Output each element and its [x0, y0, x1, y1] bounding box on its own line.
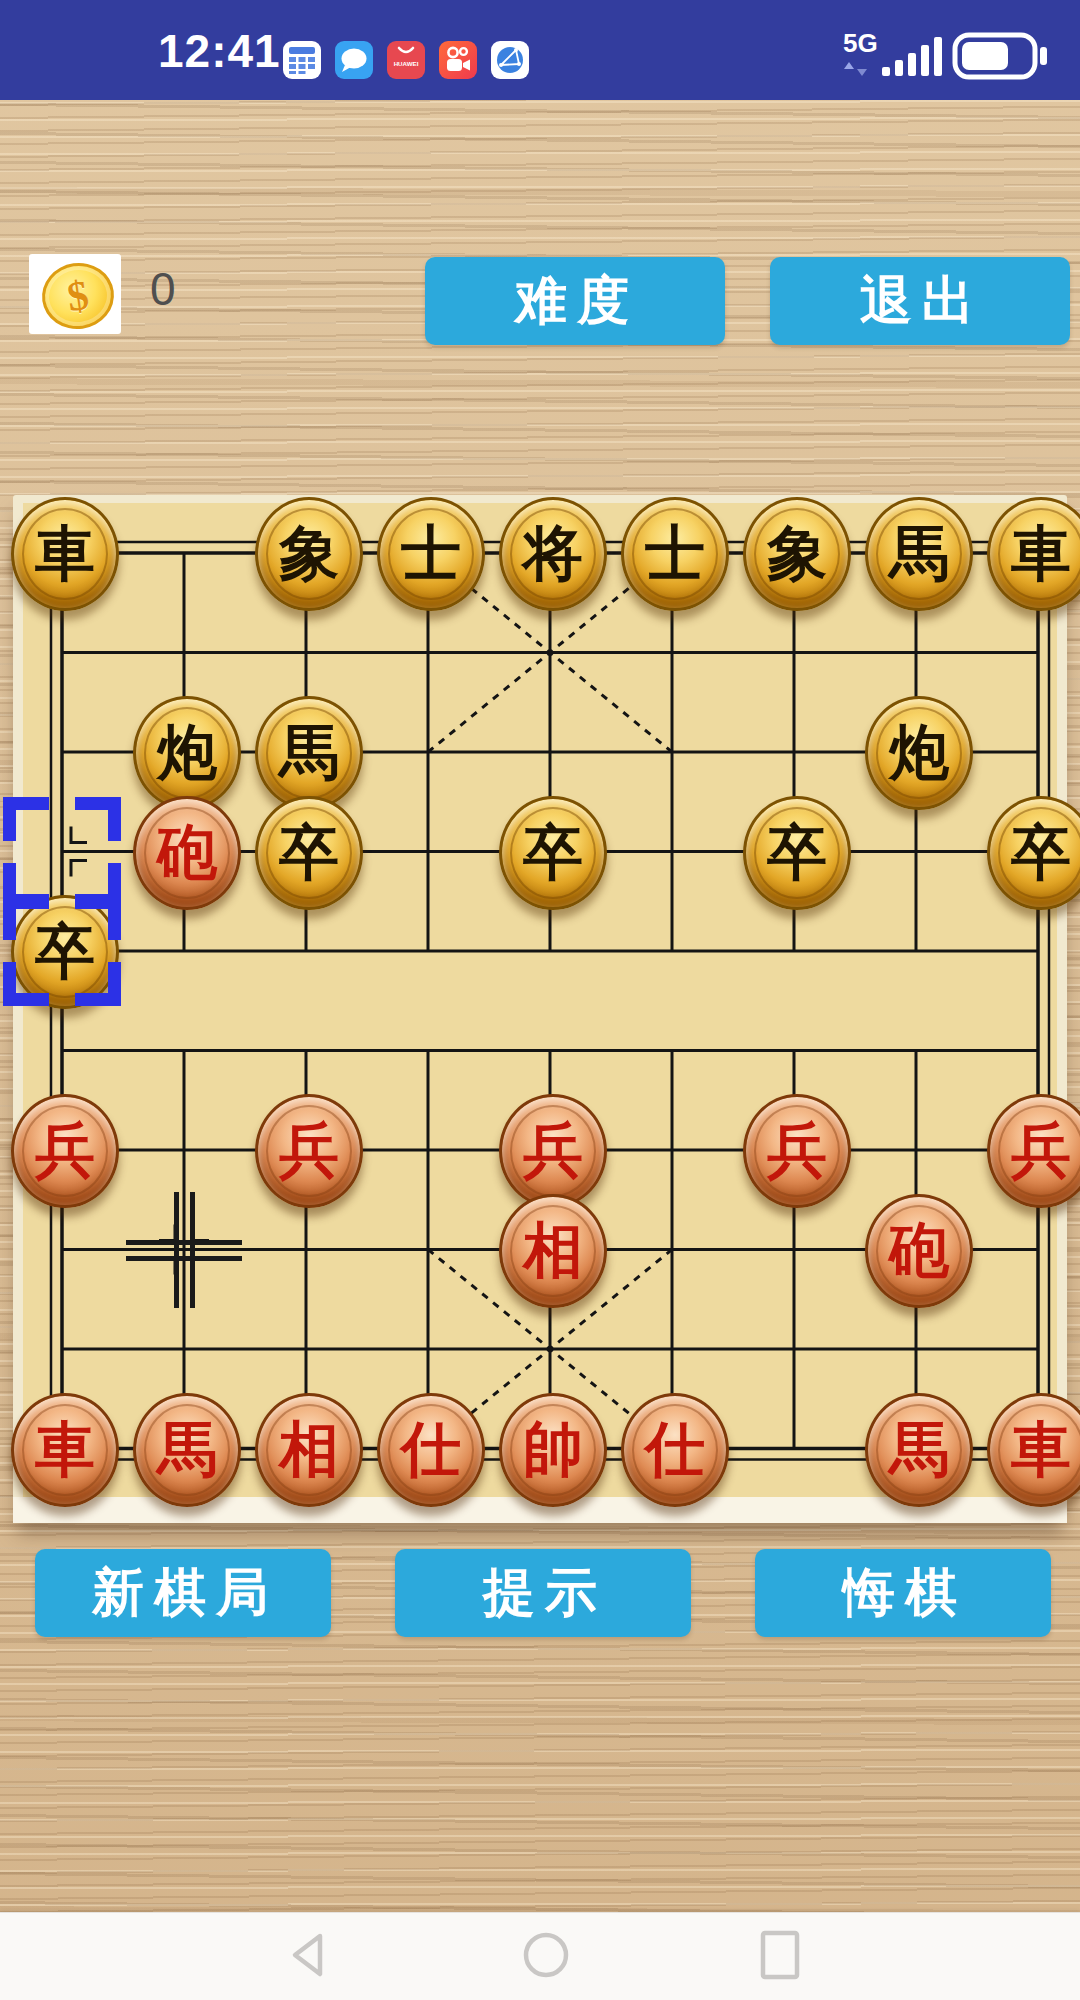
- exit-button[interactable]: 退出: [770, 257, 1070, 345]
- clock: 12:41: [158, 24, 281, 78]
- piece-red-相[interactable]: 相: [499, 1194, 607, 1308]
- difficulty-button[interactable]: 难度: [425, 257, 725, 345]
- calendar-icon: [282, 40, 322, 80]
- piece-red-砲[interactable]: 砲: [133, 796, 241, 910]
- piece-red-車[interactable]: 車: [11, 1393, 119, 1507]
- piece-red-馬[interactable]: 馬: [133, 1393, 241, 1507]
- piece-red-相[interactable]: 相: [255, 1393, 363, 1507]
- piece-black-馬[interactable]: 馬: [255, 696, 363, 810]
- piece-black-炮[interactable]: 炮: [133, 696, 241, 810]
- piece-black-将[interactable]: 将: [499, 497, 607, 611]
- piece-red-仕[interactable]: 仕: [621, 1393, 729, 1507]
- home-icon[interactable]: [520, 1929, 572, 1981]
- piece-black-卒[interactable]: 卒: [743, 796, 851, 910]
- piece-red-兵[interactable]: 兵: [499, 1094, 607, 1208]
- new-game-button[interactable]: 新棋局: [35, 1549, 331, 1637]
- piece-red-馬[interactable]: 馬: [865, 1393, 973, 1507]
- piece-red-帥[interactable]: 帥: [499, 1393, 607, 1507]
- board-grid: [13, 495, 1067, 1523]
- hint-button[interactable]: 提示: [395, 1549, 691, 1637]
- piece-black-車[interactable]: 車: [11, 497, 119, 611]
- piece-black-象[interactable]: 象: [255, 497, 363, 611]
- piece-red-仕[interactable]: 仕: [377, 1393, 485, 1507]
- piece-red-兵[interactable]: 兵: [255, 1094, 363, 1208]
- recents-icon[interactable]: [754, 1929, 806, 1981]
- piece-red-兵[interactable]: 兵: [11, 1094, 119, 1208]
- piece-black-卒[interactable]: 卒: [11, 895, 119, 1009]
- network-type-indicator: 5G: [843, 28, 878, 59]
- messages-icon: [334, 40, 374, 80]
- piece-red-砲[interactable]: 砲: [865, 1194, 973, 1308]
- xiangqi-board[interactable]: 車象士将士象馬車炮馬炮砲卒卒卒卒卒兵兵兵兵兵相砲車馬相仕帥仕馬車: [13, 495, 1067, 1523]
- signal-strength-icon: [882, 36, 944, 78]
- android-nav-bar: [0, 1912, 1080, 2000]
- piece-black-卒[interactable]: 卒: [255, 796, 363, 910]
- piece-black-士[interactable]: 士: [621, 497, 729, 611]
- status-bar: 12:41 HUAWEI: [0, 0, 1080, 100]
- svg-text:HUAWEI: HUAWEI: [394, 60, 419, 67]
- app-screen: 12:41 HUAWEI: [0, 0, 1080, 2000]
- coin-icon: $: [38, 258, 118, 333]
- piece-black-士[interactable]: 士: [377, 497, 485, 611]
- battery-icon: [952, 32, 1052, 80]
- huawei-appgallery-icon: HUAWEI: [386, 40, 426, 80]
- piece-black-卒[interactable]: 卒: [499, 796, 607, 910]
- undo-button[interactable]: 悔棋: [755, 1549, 1051, 1637]
- back-icon[interactable]: [284, 1929, 336, 1981]
- piece-black-象[interactable]: 象: [743, 497, 851, 611]
- kuaishou-video-icon: [438, 40, 478, 80]
- piece-red-兵[interactable]: 兵: [743, 1094, 851, 1208]
- coin-count: 0: [150, 262, 176, 316]
- piece-black-馬[interactable]: 馬: [865, 497, 973, 611]
- data-arrows-icon: [843, 60, 869, 78]
- piece-black-炮[interactable]: 炮: [865, 696, 973, 810]
- browser-globe-icon: [490, 40, 530, 80]
- coin-panel: $: [29, 254, 121, 334]
